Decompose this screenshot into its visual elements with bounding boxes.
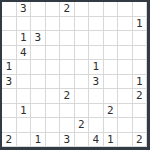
cell-r9-c1[interactable] [17,133,31,147]
cell-r7-c5[interactable] [75,104,89,118]
cell-r1-c7[interactable] [104,17,118,31]
cell-r8-c9[interactable] [133,118,147,132]
cell-r6-c0[interactable] [2,89,16,103]
clue-cell-r9-c7: 1 [104,133,118,147]
clue-cell-r8-c5: 2 [75,118,89,132]
cell-r4-c5[interactable] [75,60,89,74]
cell-r8-c6[interactable] [89,118,103,132]
cell-r3-c5[interactable] [75,46,89,60]
clue-cell-r4-c6: 1 [89,60,103,74]
clue-cell-r9-c2: 1 [31,133,45,147]
cell-r6-c6[interactable] [89,89,103,103]
cell-r2-c0[interactable] [2,31,16,45]
cell-r0-c9[interactable] [133,2,147,16]
cell-r3-c6[interactable] [89,46,103,60]
clue-cell-r6-c9: 2 [133,89,147,103]
cell-r7-c0[interactable] [2,104,16,118]
cell-r7-c9[interactable] [133,104,147,118]
clue-cell-r6-c4: 2 [60,89,74,103]
cell-r6-c7[interactable] [104,89,118,103]
clue-cell-r3-c1: 4 [17,46,31,60]
cell-r6-c2[interactable] [31,89,45,103]
cell-r6-c8[interactable] [118,89,132,103]
cell-r8-c4[interactable] [60,118,74,132]
cell-r6-c3[interactable] [46,89,60,103]
cell-r3-c2[interactable] [31,46,45,60]
cell-r0-c2[interactable] [31,2,45,16]
cell-r3-c3[interactable] [46,46,60,60]
clue-cell-r9-c6: 4 [89,133,103,147]
cell-r7-c3[interactable] [46,104,60,118]
clue-cell-r7-c7: 2 [104,104,118,118]
cell-r0-c5[interactable] [75,2,89,16]
cell-r3-c9[interactable] [133,46,147,60]
cell-r7-c2[interactable] [31,104,45,118]
cell-r2-c6[interactable] [89,31,103,45]
cell-r9-c5[interactable] [75,133,89,147]
clue-cell-r4-c0: 1 [2,60,16,74]
cell-r4-c3[interactable] [46,60,60,74]
clue-cell-r5-c0: 3 [2,75,16,89]
cell-r4-c9[interactable] [133,60,147,74]
cell-r4-c8[interactable] [118,60,132,74]
clue-cell-r5-c9: 1 [133,75,147,89]
cell-r5-c8[interactable] [118,75,132,89]
cell-r4-c2[interactable] [31,60,45,74]
cell-r0-c8[interactable] [118,2,132,16]
cell-r1-c2[interactable] [31,17,45,31]
cell-r0-c7[interactable] [104,2,118,16]
cell-r8-c1[interactable] [17,118,31,132]
cell-r1-c5[interactable] [75,17,89,31]
clue-cell-r9-c4: 3 [60,133,74,147]
cell-r5-c4[interactable] [60,75,74,89]
cell-r3-c8[interactable] [118,46,132,60]
cell-r2-c7[interactable] [104,31,118,45]
cell-r6-c5[interactable] [75,89,89,103]
cell-r2-c5[interactable] [75,31,89,45]
puzzle-grid: 3211341133122122213412 [2,2,147,147]
cell-r0-c0[interactable] [2,2,16,16]
cell-r3-c0[interactable] [2,46,16,60]
cell-r4-c4[interactable] [60,60,74,74]
cell-r8-c7[interactable] [104,118,118,132]
cell-r9-c3[interactable] [46,133,60,147]
cell-r5-c2[interactable] [31,75,45,89]
cell-r1-c6[interactable] [89,17,103,31]
cell-r6-c1[interactable] [17,89,31,103]
puzzle-board: 3211341133122122213412 [0,0,150,150]
cell-r5-c5[interactable] [75,75,89,89]
cell-r5-c3[interactable] [46,75,60,89]
cell-r0-c3[interactable] [46,2,60,16]
cell-r2-c9[interactable] [133,31,147,45]
cell-r4-c1[interactable] [17,60,31,74]
cell-r7-c8[interactable] [118,104,132,118]
clue-cell-r5-c6: 3 [89,75,103,89]
cell-r5-c1[interactable] [17,75,31,89]
cell-r4-c7[interactable] [104,60,118,74]
cell-r8-c8[interactable] [118,118,132,132]
cell-r2-c8[interactable] [118,31,132,45]
cell-r1-c4[interactable] [60,17,74,31]
cell-r8-c2[interactable] [31,118,45,132]
cell-r1-c1[interactable] [17,17,31,31]
cell-r3-c7[interactable] [104,46,118,60]
cell-r2-c3[interactable] [46,31,60,45]
clue-cell-r2-c2: 3 [31,31,45,45]
cell-r7-c4[interactable] [60,104,74,118]
cell-r1-c8[interactable] [118,17,132,31]
cell-r2-c4[interactable] [60,31,74,45]
cell-r9-c8[interactable] [118,133,132,147]
cell-r7-c6[interactable] [89,104,103,118]
cell-r8-c3[interactable] [46,118,60,132]
clue-cell-r9-c0: 2 [2,133,16,147]
clue-cell-r0-c1: 3 [17,2,31,16]
clue-cell-r1-c9: 1 [133,17,147,31]
cell-r1-c0[interactable] [2,17,16,31]
cell-r1-c3[interactable] [46,17,60,31]
cell-r0-c6[interactable] [89,2,103,16]
cell-r5-c7[interactable] [104,75,118,89]
clue-cell-r0-c4: 2 [60,2,74,16]
cell-r8-c0[interactable] [2,118,16,132]
clue-cell-r9-c9: 2 [133,133,147,147]
clue-cell-r2-c1: 1 [17,31,31,45]
cell-r3-c4[interactable] [60,46,74,60]
clue-cell-r7-c1: 1 [17,104,31,118]
